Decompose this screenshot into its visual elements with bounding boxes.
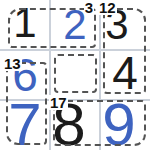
cell-r3c1[interactable]: 7 [0,100,50,150]
cage-sum-label-12: 12 [98,0,117,15]
cage-sum-label-3: 3 [84,0,94,15]
cell-grid: 1 2 3 6 4 7 8 9 [0,0,150,150]
cage-sum-label-17: 17 [49,95,68,110]
cage-sum-label-13: 13 [3,56,22,71]
killer-sudoku-board: 1 2 3 6 4 7 8 9 3 12 13 17 [0,0,150,150]
cell-r1c1[interactable]: 1 [0,0,50,48]
cell-r3c3[interactable]: 9 [94,100,144,150]
